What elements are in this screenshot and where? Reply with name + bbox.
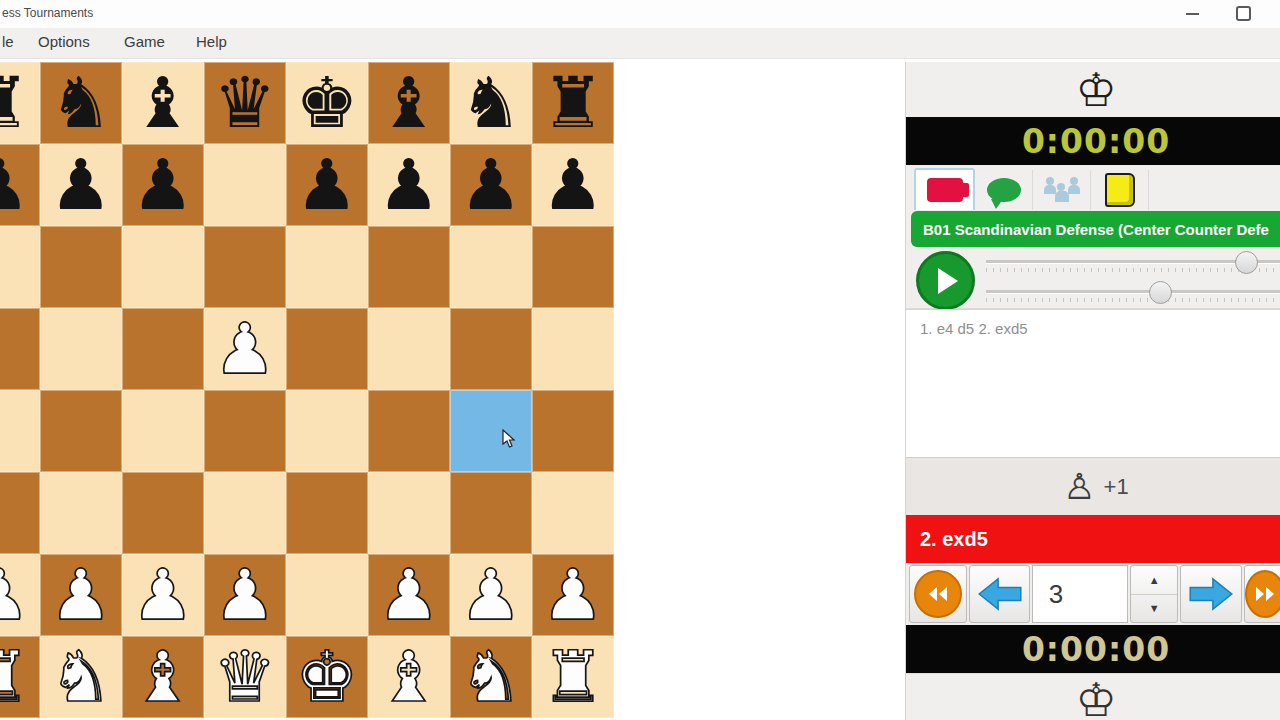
- black-pawn[interactable]: ♟: [460, 144, 523, 226]
- square-g6[interactable]: [450, 226, 532, 308]
- spinner-up-button[interactable]: ▲: [1131, 566, 1177, 595]
- square-h3[interactable]: [532, 472, 614, 554]
- square-f5[interactable]: [368, 308, 450, 390]
- square-f4[interactable]: [368, 390, 450, 472]
- square-e7[interactable]: ♟: [286, 144, 368, 226]
- square-e8[interactable]: ♚: [286, 62, 368, 144]
- current-move-banner: 2. exd5: [906, 515, 1280, 563]
- white-pawn[interactable]: ♟: [0, 554, 30, 636]
- square-g8[interactable]: ♞: [450, 62, 532, 144]
- square-e6[interactable]: [286, 226, 368, 308]
- square-g4[interactable]: [450, 390, 532, 472]
- square-c5[interactable]: [122, 308, 204, 390]
- bottom-player-section: ♔: [906, 673, 1280, 720]
- menu-bar: le Options Game Help: [0, 28, 1280, 59]
- white-pawn[interactable]: ♟: [460, 554, 523, 636]
- square-d4[interactable]: [204, 390, 286, 472]
- white-pawn[interactable]: ♟: [132, 554, 195, 636]
- black-pawn[interactable]: ♟: [132, 144, 195, 226]
- speed-slider-handle[interactable]: [1235, 251, 1258, 274]
- rewind-icon: [914, 570, 962, 618]
- square-e5[interactable]: [286, 308, 368, 390]
- square-b5[interactable]: [40, 308, 122, 390]
- move-list[interactable]: 1. e4 d5 2. exd5: [906, 309, 1280, 457]
- white-king-icon: ♔: [1075, 675, 1116, 720]
- square-a4[interactable]: [0, 390, 40, 472]
- square-e4[interactable]: [286, 390, 368, 472]
- black-pawn[interactable]: ♟: [378, 144, 441, 226]
- square-f3[interactable]: [368, 472, 450, 554]
- title-bar: ess Tournaments: [0, 0, 1280, 28]
- opening-name: B01 Scandinavian Defense (Center Counter…: [911, 221, 1269, 238]
- menu-file[interactable]: le: [2, 33, 14, 50]
- square-g2[interactable]: ♟: [450, 554, 532, 636]
- white-pawn[interactable]: ♟: [542, 554, 605, 636]
- menu-help[interactable]: Help: [196, 33, 227, 50]
- top-player-section: ♔: [906, 62, 1280, 117]
- rewind-to-start-button[interactable]: [909, 565, 967, 623]
- black-queen[interactable]: ♛: [214, 62, 277, 144]
- square-c7[interactable]: ♟: [122, 144, 204, 226]
- square-d8[interactable]: ♛: [204, 62, 286, 144]
- window-title: ess Tournaments: [2, 6, 93, 20]
- white-pawn[interactable]: ♟: [214, 554, 277, 636]
- square-c8[interactable]: ♝: [122, 62, 204, 144]
- square-c3[interactable]: [122, 472, 204, 554]
- panel-tabs: [906, 165, 1280, 210]
- fast-forward-button[interactable]: [1244, 565, 1280, 623]
- white-rook[interactable]: ♜: [0, 636, 30, 718]
- square-h1[interactable]: ♜: [532, 636, 614, 718]
- square-h6[interactable]: [532, 226, 614, 308]
- square-g3[interactable]: [450, 472, 532, 554]
- square-a5[interactable]: [0, 308, 40, 390]
- square-c6[interactable]: [122, 226, 204, 308]
- square-a1[interactable]: ♜: [0, 636, 40, 718]
- square-a6[interactable]: [0, 226, 40, 308]
- playback-controls: [906, 248, 1280, 309]
- square-e1[interactable]: ♚: [286, 636, 368, 718]
- tab-players[interactable]: [1033, 170, 1091, 210]
- spinner-down-button[interactable]: ▼: [1131, 595, 1177, 623]
- tab-notes[interactable]: [1091, 170, 1149, 210]
- square-a8[interactable]: ♜: [0, 62, 40, 144]
- square-d7[interactable]: [204, 144, 286, 226]
- square-g5[interactable]: [450, 308, 532, 390]
- white-rook[interactable]: ♜: [542, 636, 605, 718]
- square-b6[interactable]: [40, 226, 122, 308]
- square-f8[interactable]: ♝: [368, 62, 450, 144]
- material-count: +1: [1104, 474, 1129, 500]
- black-pawn[interactable]: ♟: [542, 144, 605, 226]
- top-clock: 0:00:00: [906, 117, 1280, 165]
- black-knight[interactable]: ♞: [50, 62, 113, 144]
- tab-video[interactable]: [914, 168, 975, 210]
- fast-forward-icon: [1245, 570, 1280, 618]
- square-h4[interactable]: [532, 390, 614, 472]
- square-f7[interactable]: ♟: [368, 144, 450, 226]
- square-g7[interactable]: ♟: [450, 144, 532, 226]
- current-move-text: 2. exd5: [906, 528, 988, 551]
- restore-icon[interactable]: [1236, 6, 1251, 21]
- chess-board[interactable]: ♜♞♝♛♚♝♞♜♟♟♟♟♟♟♟♟♟♟♟♟♟♟♟♜♞♝♛♚♝♞♜: [0, 62, 614, 718]
- square-a2[interactable]: ♟: [0, 554, 40, 636]
- next-move-button[interactable]: [1180, 565, 1242, 623]
- black-rook[interactable]: ♜: [0, 62, 30, 144]
- tab-chat[interactable]: [975, 170, 1033, 210]
- material-balance: ♙ +1: [906, 457, 1280, 515]
- square-c4[interactable]: [122, 390, 204, 472]
- square-c2[interactable]: ♟: [122, 554, 204, 636]
- square-b4[interactable]: [40, 390, 122, 472]
- square-b3[interactable]: [40, 472, 122, 554]
- square-d1[interactable]: ♛: [204, 636, 286, 718]
- square-b7[interactable]: ♟: [40, 144, 122, 226]
- move-number-field[interactable]: 3: [1032, 565, 1129, 623]
- white-pawn[interactable]: ♟: [50, 554, 113, 636]
- volume-slider[interactable]: [986, 279, 1280, 305]
- white-bishop[interactable]: ♝: [378, 636, 441, 718]
- right-arrow-icon: [1188, 577, 1234, 611]
- square-g1[interactable]: ♞: [450, 636, 532, 718]
- move-number-value: 3: [1033, 579, 1063, 610]
- previous-move-button[interactable]: [969, 565, 1029, 623]
- square-d6[interactable]: [204, 226, 286, 308]
- white-pawn-icon: ♙: [1063, 467, 1095, 507]
- chat-bubble-icon: [987, 178, 1021, 202]
- square-d2[interactable]: ♟: [204, 554, 286, 636]
- black-bishop[interactable]: ♝: [132, 62, 195, 144]
- square-b2[interactable]: ♟: [40, 554, 122, 636]
- black-knight[interactable]: ♞: [460, 62, 523, 144]
- bottom-clock-time: 0:00:00: [1022, 630, 1170, 669]
- play-icon: [938, 268, 958, 294]
- minimize-icon[interactable]: [1186, 13, 1199, 15]
- square-h8[interactable]: ♜: [532, 62, 614, 144]
- square-e3[interactable]: [286, 472, 368, 554]
- players-group-icon: [1042, 175, 1082, 205]
- black-king-icon: ♔: [1075, 65, 1116, 115]
- square-h2[interactable]: ♟: [532, 554, 614, 636]
- square-f2[interactable]: ♟: [368, 554, 450, 636]
- top-clock-time: 0:00:00: [1022, 122, 1170, 161]
- notebook-icon: [1105, 173, 1135, 207]
- speed-slider[interactable]: [986, 249, 1280, 275]
- square-f6[interactable]: [368, 226, 450, 308]
- move-navigation: 3 ▲ ▼: [906, 563, 1280, 625]
- black-bishop[interactable]: ♝: [378, 62, 441, 144]
- white-pawn[interactable]: ♟: [378, 554, 441, 636]
- white-queen[interactable]: ♛: [214, 636, 277, 718]
- black-pawn[interactable]: ♟: [50, 144, 113, 226]
- opening-banner: B01 Scandinavian Defense (Center Counter…: [906, 210, 1280, 248]
- menu-game[interactable]: Game: [124, 33, 165, 50]
- black-king[interactable]: ♚: [296, 62, 359, 144]
- square-b1[interactable]: ♞: [40, 636, 122, 718]
- white-king[interactable]: ♚: [296, 636, 359, 718]
- square-h5[interactable]: [532, 308, 614, 390]
- square-e2[interactable]: [286, 554, 368, 636]
- black-rook[interactable]: ♜: [542, 62, 605, 144]
- white-pawn[interactable]: ♟: [214, 308, 277, 390]
- square-a3[interactable]: [0, 472, 40, 554]
- square-h7[interactable]: ♟: [532, 144, 614, 226]
- black-pawn[interactable]: ♟: [0, 144, 30, 226]
- volume-slider-handle[interactable]: [1149, 281, 1172, 304]
- moves-text: 1. e4 d5 2. exd5: [906, 310, 1280, 337]
- white-knight[interactable]: ♞: [50, 636, 113, 718]
- move-number-spinner: ▲ ▼: [1130, 565, 1178, 623]
- square-b8[interactable]: ♞: [40, 62, 122, 144]
- square-d3[interactable]: [204, 472, 286, 554]
- square-c1[interactable]: ♝: [122, 636, 204, 718]
- square-d5[interactable]: ♟: [204, 308, 286, 390]
- menu-options[interactable]: Options: [38, 33, 90, 50]
- white-bishop[interactable]: ♝: [132, 636, 195, 718]
- game-info-panel: ♔ 0:00:00 B01 Scandinavian Defense (Cent…: [905, 62, 1280, 720]
- square-f1[interactable]: ♝: [368, 636, 450, 718]
- play-button[interactable]: [916, 251, 975, 310]
- mouse-cursor-icon: [501, 429, 517, 449]
- video-camera-icon: [927, 178, 963, 202]
- white-knight[interactable]: ♞: [460, 636, 523, 718]
- square-a7[interactable]: ♟: [0, 144, 40, 226]
- black-pawn[interactable]: ♟: [296, 144, 359, 226]
- bottom-clock: 0:00:00: [906, 625, 1280, 673]
- left-arrow-icon: [977, 577, 1023, 611]
